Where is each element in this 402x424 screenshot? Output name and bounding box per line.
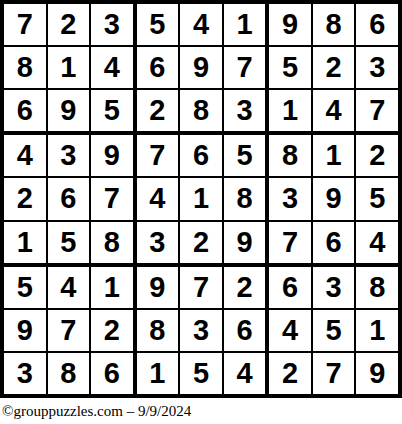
- cell-r1c5: 4: [180, 4, 222, 45]
- cell-r2c7: 5: [269, 47, 311, 88]
- box-5: 765418329: [137, 135, 266, 262]
- cell-r3c3: 5: [91, 90, 133, 131]
- cell-r6c7: 7: [269, 222, 311, 263]
- cell-r2c8: 2: [313, 47, 355, 88]
- cell-r3c9: 7: [356, 90, 398, 131]
- cell-r8c6: 6: [224, 310, 266, 351]
- cell-r5c1: 2: [4, 178, 46, 219]
- cell-r6c5: 2: [180, 222, 222, 263]
- cell-r1c3: 3: [91, 4, 133, 45]
- box-1: 723814695: [4, 4, 133, 131]
- cell-r6c9: 4: [356, 222, 398, 263]
- cell-r2c6: 7: [224, 47, 266, 88]
- cell-r4c8: 1: [313, 135, 355, 176]
- cell-r7c2: 4: [48, 267, 90, 308]
- cell-r5c8: 9: [313, 178, 355, 219]
- cell-r2c4: 6: [137, 47, 179, 88]
- cell-r7c9: 8: [356, 267, 398, 308]
- cell-r1c8: 8: [313, 4, 355, 45]
- cell-r6c2: 5: [48, 222, 90, 263]
- cell-r5c9: 5: [356, 178, 398, 219]
- cell-r7c5: 7: [180, 267, 222, 308]
- cell-r2c3: 4: [91, 47, 133, 88]
- cell-r9c3: 6: [91, 353, 133, 394]
- cell-r3c6: 3: [224, 90, 266, 131]
- cell-r6c1: 1: [4, 222, 46, 263]
- cell-r4c6: 5: [224, 135, 266, 176]
- cell-r8c3: 2: [91, 310, 133, 351]
- cell-r9c4: 1: [137, 353, 179, 394]
- cell-r5c5: 1: [180, 178, 222, 219]
- cell-r1c4: 5: [137, 4, 179, 45]
- cell-r1c6: 1: [224, 4, 266, 45]
- copyright-text: ©grouppuzzles.com – 9/9/2024: [0, 398, 402, 424]
- sudoku-board: 723814695 541697283 986523147 439267158 …: [0, 0, 402, 398]
- cell-r7c1: 5: [4, 267, 46, 308]
- cell-r5c3: 7: [91, 178, 133, 219]
- cell-r8c1: 9: [4, 310, 46, 351]
- box-9: 638451279: [269, 267, 398, 394]
- cell-r3c8: 4: [313, 90, 355, 131]
- cell-r9c2: 8: [48, 353, 90, 394]
- cell-r7c4: 9: [137, 267, 179, 308]
- cell-r4c9: 2: [356, 135, 398, 176]
- cell-r8c7: 4: [269, 310, 311, 351]
- cell-r1c1: 7: [4, 4, 46, 45]
- cell-r1c9: 6: [356, 4, 398, 45]
- cell-r6c6: 9: [224, 222, 266, 263]
- cell-r6c3: 8: [91, 222, 133, 263]
- cell-r9c1: 3: [4, 353, 46, 394]
- cell-r3c1: 6: [4, 90, 46, 131]
- cell-r3c4: 2: [137, 90, 179, 131]
- cell-r8c8: 5: [313, 310, 355, 351]
- cell-r5c7: 3: [269, 178, 311, 219]
- cell-r9c9: 9: [356, 353, 398, 394]
- sudoku-page: 723814695 541697283 986523147 439267158 …: [0, 0, 402, 424]
- cell-r6c4: 3: [137, 222, 179, 263]
- cell-r7c7: 6: [269, 267, 311, 308]
- cell-r1c2: 2: [48, 4, 90, 45]
- cell-r2c5: 9: [180, 47, 222, 88]
- cell-r9c5: 5: [180, 353, 222, 394]
- cell-r4c5: 6: [180, 135, 222, 176]
- cell-r6c8: 6: [313, 222, 355, 263]
- cell-r7c8: 3: [313, 267, 355, 308]
- cell-r3c7: 1: [269, 90, 311, 131]
- cell-r2c1: 8: [4, 47, 46, 88]
- cell-r4c3: 9: [91, 135, 133, 176]
- cell-r2c9: 3: [356, 47, 398, 88]
- cell-r7c3: 1: [91, 267, 133, 308]
- box-7: 541972386: [4, 267, 133, 394]
- cell-r8c2: 7: [48, 310, 90, 351]
- cell-r4c1: 4: [4, 135, 46, 176]
- cell-r4c7: 8: [269, 135, 311, 176]
- cell-r1c7: 9: [269, 4, 311, 45]
- cell-r9c6: 4: [224, 353, 266, 394]
- box-3: 986523147: [269, 4, 398, 131]
- cell-r5c4: 4: [137, 178, 179, 219]
- cell-r9c7: 2: [269, 353, 311, 394]
- box-8: 972836154: [137, 267, 266, 394]
- box-6: 812395764: [269, 135, 398, 262]
- cell-r8c5: 3: [180, 310, 222, 351]
- cell-r3c2: 9: [48, 90, 90, 131]
- cell-r2c2: 1: [48, 47, 90, 88]
- cell-r4c4: 7: [137, 135, 179, 176]
- box-2: 541697283: [137, 4, 266, 131]
- cell-r5c2: 6: [48, 178, 90, 219]
- cell-r8c4: 8: [137, 310, 179, 351]
- cell-r8c9: 1: [356, 310, 398, 351]
- box-4: 439267158: [4, 135, 133, 262]
- cell-r5c6: 8: [224, 178, 266, 219]
- cell-r9c8: 7: [313, 353, 355, 394]
- cell-r4c2: 3: [48, 135, 90, 176]
- cell-r3c5: 8: [180, 90, 222, 131]
- cell-r7c6: 2: [224, 267, 266, 308]
